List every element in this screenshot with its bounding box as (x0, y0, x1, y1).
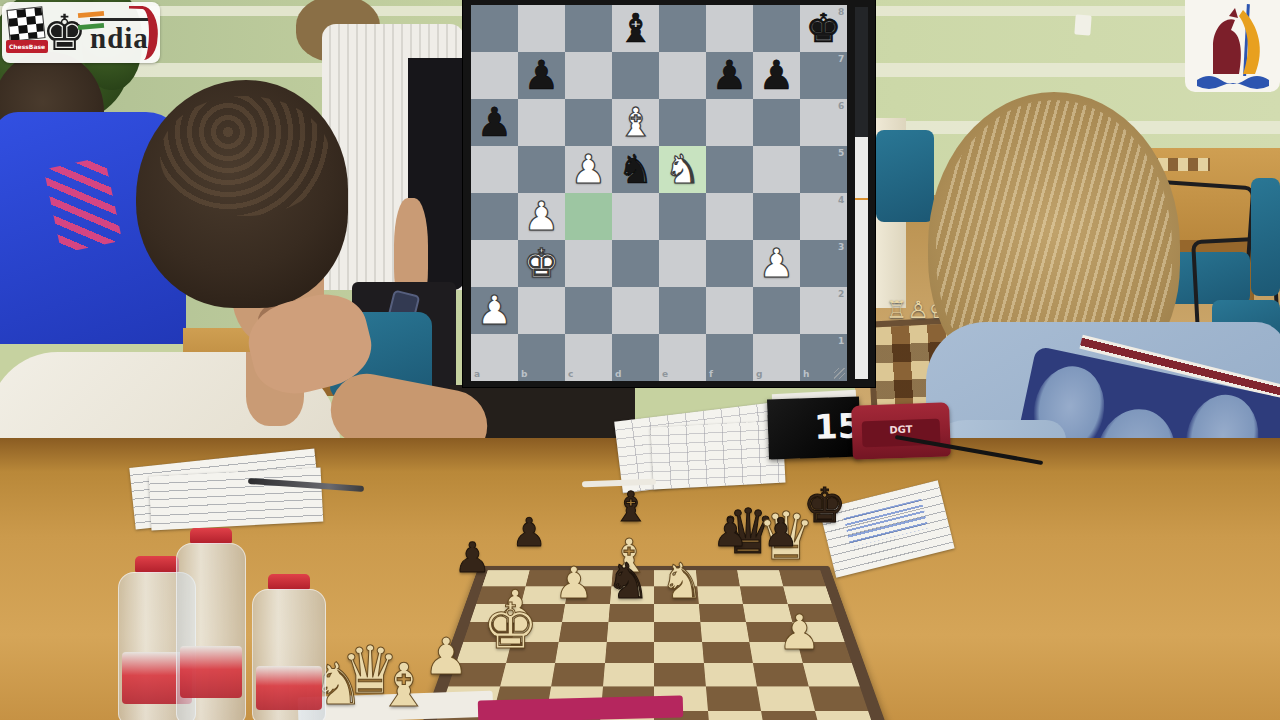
white-knight-e5[interactable]: ♞ (659, 146, 706, 193)
square-f4[interactable] (706, 193, 753, 240)
white-bishop-d6[interactable]: ♝ (612, 99, 659, 146)
file-label-b: b (521, 370, 527, 379)
square-e4[interactable] (659, 193, 706, 240)
photo-white-piece-e5: ♞ (660, 556, 704, 605)
white-pawn-c5[interactable]: ♟ (565, 146, 612, 193)
square-g2[interactable] (753, 287, 800, 334)
chair-cushion (1251, 178, 1280, 296)
rank-label-2: 2 (838, 290, 844, 299)
chessbase-india-logo: ChessBase ♚ ndia (2, 2, 160, 63)
square-g8[interactable] (753, 5, 800, 52)
file-label-c: c (568, 370, 573, 379)
black-bishop-d8[interactable]: ♝ (612, 5, 659, 52)
white-king-b3[interactable]: ♚ (518, 240, 565, 287)
square-a8[interactable] (471, 5, 518, 52)
rank-label-6: 6 (838, 102, 844, 111)
square-g4[interactable] (753, 193, 800, 240)
square-a3[interactable] (471, 240, 518, 287)
square-d7[interactable] (612, 52, 659, 99)
square-c6[interactable] (565, 99, 612, 146)
square-g5[interactable] (753, 146, 800, 193)
resize-handle[interactable] (834, 368, 845, 379)
photo-black-piece-d5: ♞ (606, 556, 650, 605)
rank-label-7: 7 (838, 55, 844, 64)
square-e6[interactable] (659, 99, 706, 146)
file-label-f: f (709, 370, 713, 379)
eval-bar (855, 7, 868, 379)
square-g6[interactable] (753, 99, 800, 146)
rank-label-3: 3 (838, 243, 844, 252)
square-e3[interactable] (659, 240, 706, 287)
rank-label-1: 1 (838, 337, 844, 346)
chair (876, 130, 934, 222)
logo-swoosh (127, 5, 159, 60)
diagram-board[interactable]: abcdefgh12345678♝♚♟♟♟♟♝♟♞♞♟♚♟♟ (471, 5, 847, 381)
broadcast-frame: ♜♚♝ ♖♙♔ (0, 0, 1280, 720)
photo-black-piece-b7: ♟ (512, 514, 547, 553)
rank-label-4: 4 (838, 196, 844, 205)
square-c3[interactable] (565, 240, 612, 287)
square-c2[interactable] (565, 287, 612, 334)
square-a5[interactable] (471, 146, 518, 193)
square-d2[interactable] (612, 287, 659, 334)
scoresheet-left2 (149, 468, 324, 531)
square-e8[interactable] (659, 5, 706, 52)
eval-bar-marker (855, 198, 868, 200)
dgt-clock: DGT (851, 402, 951, 459)
square-c7[interactable] (565, 52, 612, 99)
square-b6[interactable] (518, 99, 565, 146)
black-pawn-g7[interactable]: ♟ (753, 52, 800, 99)
square-f6[interactable] (706, 99, 753, 146)
photo-black-piece-g7: ♟ (763, 514, 798, 553)
file-label-e: e (662, 370, 668, 379)
square-e7[interactable] (659, 52, 706, 99)
square-b8[interactable] (518, 5, 565, 52)
eval-bar-white (855, 137, 868, 379)
square-c4[interactable] (565, 193, 612, 240)
left-player-curls (160, 96, 330, 216)
photo-white-piece-g3: ♟ (778, 608, 821, 656)
table-number-card: 15 (767, 396, 861, 459)
photo-black-piece-a6: ♟ (454, 537, 491, 579)
photo-black-piece-h8: ♚ (803, 480, 846, 528)
square-d4[interactable] (612, 193, 659, 240)
square-b2[interactable] (518, 287, 565, 334)
black-knight-d5[interactable]: ♞ (612, 146, 659, 193)
rank-label-5: 5 (838, 149, 844, 158)
square-c8[interactable] (565, 5, 612, 52)
photo-black-piece-f7: ♟ (713, 514, 748, 553)
water-bottle (176, 528, 246, 720)
chessbase-flag-icon (6, 6, 45, 42)
black-pawn-b7[interactable]: ♟ (518, 52, 565, 99)
white-pawn-g3[interactable]: ♟ (753, 240, 800, 287)
white-pawn-b4[interactable]: ♟ (518, 193, 565, 240)
square-b5[interactable] (518, 146, 565, 193)
black-pawn-a6[interactable]: ♟ (471, 99, 518, 146)
file-label-a: a (474, 370, 480, 379)
square-f1[interactable] (706, 334, 753, 381)
photo-black-piece-d8: ♝ (612, 486, 649, 528)
black-king-h8[interactable]: ♚ (800, 5, 847, 52)
analysis-board-overlay: abcdefgh12345678♝♚♟♟♟♟♝♟♞♞♟♚♟♟ (463, 0, 875, 387)
square-f5[interactable] (706, 146, 753, 193)
photo-white-piece-a2: ♟ (423, 632, 468, 683)
pink-book (478, 695, 684, 720)
file-label-g: g (756, 370, 762, 379)
square-f8[interactable] (706, 5, 753, 52)
photo-white-piece-c5: ♟ (554, 561, 593, 605)
file-label-d: d (615, 370, 621, 379)
water-bottle (252, 574, 326, 720)
scoresheet (650, 421, 785, 490)
square-a4[interactable] (471, 193, 518, 240)
square-f2[interactable] (706, 287, 753, 334)
wall-notice (1074, 14, 1091, 35)
square-e2[interactable] (659, 287, 706, 334)
square-a7[interactable] (471, 52, 518, 99)
file-label-h: h (803, 370, 809, 379)
square-f3[interactable] (706, 240, 753, 287)
photo-white-piece-b3: ♚ (482, 596, 538, 659)
tournament-logo (1185, 0, 1280, 92)
square-d3[interactable] (612, 240, 659, 287)
black-pawn-f7[interactable]: ♟ (706, 52, 753, 99)
sailboat-knight-icon (1185, 0, 1280, 92)
white-pawn-a2[interactable]: ♟ (471, 287, 518, 334)
